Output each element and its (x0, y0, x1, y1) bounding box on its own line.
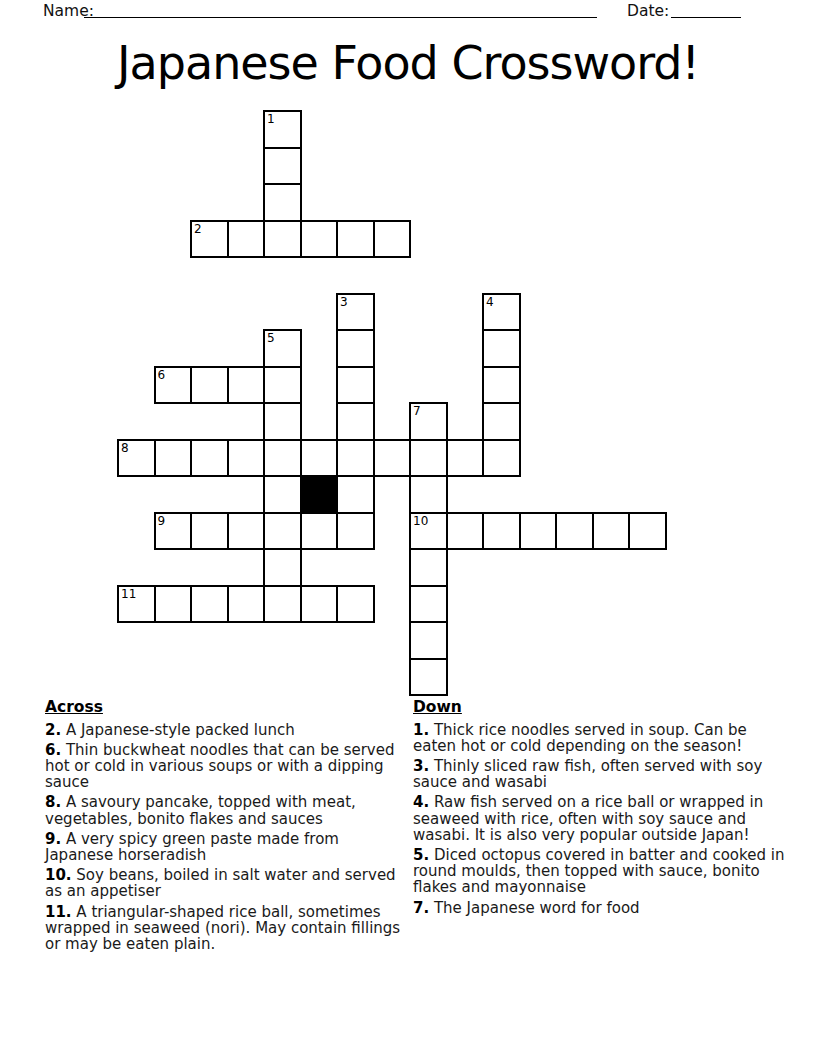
cell-r1c4[interactable] (263, 147, 302, 186)
cell-r9c10[interactable] (482, 439, 521, 478)
cell-r10c8[interactable] (409, 475, 448, 514)
cell-r9c7[interactable] (373, 439, 412, 478)
cell-r8c8[interactable]: 7 (409, 402, 448, 441)
cell-r7c10[interactable] (482, 366, 521, 405)
cell-r11c8[interactable]: 10 (409, 512, 448, 551)
cell-r11c10[interactable] (482, 512, 521, 551)
clue-item-number: 2. (45, 721, 61, 739)
clue-number: 11 (121, 587, 136, 601)
clue-item-number: 7. (413, 899, 429, 917)
cell-r12c4[interactable] (263, 548, 302, 587)
cell-r8c6[interactable] (336, 402, 375, 441)
clue-number: 5 (267, 331, 275, 345)
cell-r3c2[interactable]: 2 (190, 220, 229, 259)
clue-item-number: 8. (45, 793, 61, 811)
clue-number: 8 (121, 441, 129, 455)
cell-r3c3[interactable] (227, 220, 266, 259)
cell-r5c6[interactable]: 3 (336, 293, 375, 332)
clue-item: 10. Soy beans, boiled in salt water and … (45, 867, 403, 899)
cell-r9c9[interactable] (446, 439, 485, 478)
down-heading: Down (413, 699, 787, 716)
cell-r3c7[interactable] (373, 220, 412, 259)
cell-r9c0[interactable]: 8 (117, 439, 156, 478)
across-clue-list: 2. A Japanese-style packed lunch6. Thin … (45, 722, 403, 952)
down-clue-list: 1. Thick rice noodles served in soup. Ca… (413, 722, 787, 916)
cell-r11c2[interactable] (190, 512, 229, 551)
crossword-grid: 1234567891011 (117, 110, 667, 697)
blocked-cell-r10c5 (300, 475, 339, 514)
date-input-line[interactable] (671, 3, 741, 18)
cell-r11c13[interactable] (592, 512, 631, 551)
name-input-line[interactable] (84, 3, 597, 18)
cell-r10c6[interactable] (336, 475, 375, 514)
date-label: Date: (627, 2, 669, 20)
across-heading: Across (45, 699, 403, 716)
cell-r5c10[interactable]: 4 (482, 293, 521, 332)
clue-number: 7 (413, 404, 421, 418)
cell-r11c12[interactable] (555, 512, 594, 551)
cell-r11c6[interactable] (336, 512, 375, 551)
cell-r3c6[interactable] (336, 220, 375, 259)
cell-r10c4[interactable] (263, 475, 302, 514)
clue-item-number: 6. (45, 741, 61, 759)
cell-r13c8[interactable] (409, 585, 448, 624)
worksheet-page: Name: Date: Japanese Food Crossword! 123… (0, 0, 816, 1056)
cell-r11c1[interactable]: 9 (154, 512, 193, 551)
cell-r13c0[interactable]: 11 (117, 585, 156, 624)
clues-down-section: Down 1. Thick rice noodles served in sou… (413, 699, 787, 920)
cell-r3c4[interactable] (263, 220, 302, 259)
cell-r2c4[interactable] (263, 183, 302, 222)
cell-r11c3[interactable] (227, 512, 266, 551)
clue-number: 1 (267, 112, 275, 126)
clue-number: 6 (158, 368, 166, 382)
clue-item: 9. A very spicy green paste made from Ja… (45, 831, 403, 863)
clue-item: 2. A Japanese-style packed lunch (45, 722, 403, 738)
cell-r13c6[interactable] (336, 585, 375, 624)
clue-number: 2 (194, 222, 202, 236)
cell-r7c3[interactable] (227, 366, 266, 405)
cell-r13c2[interactable] (190, 585, 229, 624)
cell-r11c4[interactable] (263, 512, 302, 551)
cell-r11c11[interactable] (519, 512, 558, 551)
cell-r9c3[interactable] (227, 439, 266, 478)
clue-item: 5. Diced octopus covered in batter and c… (413, 847, 787, 896)
clue-item-number: 11. (45, 903, 72, 921)
cell-r14c8[interactable] (409, 621, 448, 660)
clue-item: 4. Raw fish served on a rice ball or wra… (413, 794, 787, 843)
clue-item: 1. Thick rice noodles served in soup. Ca… (413, 722, 787, 754)
clue-item-number: 5. (413, 846, 429, 864)
clue-item-number: 1. (413, 721, 429, 739)
clue-item: 6. Thin buckwheat noodles that can be se… (45, 742, 403, 791)
clue-item-number: 3. (413, 757, 429, 775)
clue-item-number: 10. (45, 866, 72, 884)
clue-number: 10 (413, 514, 428, 528)
cell-r11c14[interactable] (628, 512, 667, 551)
clue-item: 3. Thinly sliced raw fish, often served … (413, 758, 787, 790)
cell-r9c4[interactable] (263, 439, 302, 478)
cell-r9c8[interactable] (409, 439, 448, 478)
cell-r7c4[interactable] (263, 366, 302, 405)
cell-r7c1[interactable]: 6 (154, 366, 193, 405)
cell-r8c4[interactable] (263, 402, 302, 441)
page-title: Japanese Food Crossword! (0, 36, 816, 90)
cell-r9c2[interactable] (190, 439, 229, 478)
cell-r6c10[interactable] (482, 329, 521, 368)
clue-number: 4 (486, 295, 494, 309)
clue-number: 3 (340, 295, 348, 309)
cell-r9c5[interactable] (300, 439, 339, 478)
cell-r11c9[interactable] (446, 512, 485, 551)
cell-r3c5[interactable] (300, 220, 339, 259)
cell-r9c6[interactable] (336, 439, 375, 478)
clue-item: 8. A savoury pancake, topped with meat, … (45, 794, 403, 826)
cell-r7c6[interactable] (336, 366, 375, 405)
cell-r13c5[interactable] (300, 585, 339, 624)
cell-r12c8[interactable] (409, 548, 448, 587)
cell-r13c1[interactable] (154, 585, 193, 624)
cell-r15c8[interactable] (409, 658, 448, 697)
cell-r0c4[interactable]: 1 (263, 110, 302, 149)
cell-r11c5[interactable] (300, 512, 339, 551)
cell-r6c6[interactable] (336, 329, 375, 368)
clue-item: 11. A triangular-shaped rice ball, somet… (45, 904, 403, 953)
cell-r13c3[interactable] (227, 585, 266, 624)
clue-item-number: 4. (413, 793, 429, 811)
clues-across-section: Across 2. A Japanese-style packed lunch6… (45, 699, 403, 956)
cell-r13c4[interactable] (263, 585, 302, 624)
cell-r8c10[interactable] (482, 402, 521, 441)
cell-r6c4[interactable]: 5 (263, 329, 302, 368)
cell-r7c2[interactable] (190, 366, 229, 405)
clue-number: 9 (158, 514, 166, 528)
cell-r9c1[interactable] (154, 439, 193, 478)
clue-item: 7. The Japanese word for food (413, 900, 787, 916)
clue-item-number: 9. (45, 830, 61, 848)
